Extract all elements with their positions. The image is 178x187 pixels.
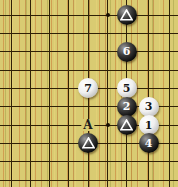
star-point-2 <box>106 123 110 127</box>
black-stone-triangle-marked[interactable] <box>117 5 137 25</box>
black-stone-move-2[interactable]: 2 <box>117 97 137 117</box>
triangle-mark-icon <box>82 137 95 149</box>
grid-hline-2 <box>0 33 178 34</box>
black-stone-triangle-marked[interactable] <box>117 115 137 135</box>
grid-hline-3 <box>0 51 178 52</box>
white-stone-move-1[interactable]: 1 <box>139 115 159 135</box>
white-stone-move-3[interactable]: 3 <box>139 97 159 117</box>
triangle-mark-icon <box>120 9 133 21</box>
grid-vline-6 <box>107 0 108 187</box>
triangle-mark-icon <box>120 119 133 131</box>
grid-vline-8 <box>148 0 149 187</box>
grid-hline-9 <box>0 161 178 162</box>
grid-vline-3 <box>49 0 50 187</box>
grid-hline-1 <box>0 15 178 16</box>
grid-hline-4 <box>0 70 178 71</box>
grid-vline-4 <box>68 0 69 187</box>
grid-vline-9 <box>169 0 170 187</box>
grid-vline-2 <box>30 0 31 187</box>
black-stone-move-4[interactable]: 4 <box>139 133 159 153</box>
point-label-A: A <box>81 119 94 131</box>
grid-vline-1 <box>11 0 12 187</box>
white-stone-move-7[interactable]: 7 <box>78 78 98 98</box>
white-stone-move-5[interactable]: 5 <box>117 78 137 98</box>
star-point-1 <box>106 13 110 17</box>
go-board[interactable]: 6752314A <box>0 0 178 187</box>
black-stone-move-6[interactable]: 6 <box>117 42 137 62</box>
black-stone-triangle-marked[interactable] <box>78 133 98 153</box>
grid-hline-10 <box>0 180 178 181</box>
